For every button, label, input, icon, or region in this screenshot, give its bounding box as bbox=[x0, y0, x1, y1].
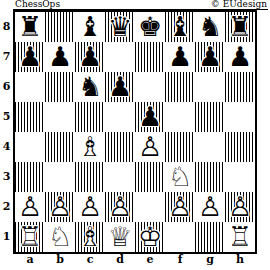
piece-halo: ♚ bbox=[135, 12, 165, 42]
square-a4[interactable] bbox=[15, 132, 45, 162]
square-g4[interactable] bbox=[195, 132, 225, 162]
square-g8[interactable]: ♞♞ bbox=[195, 12, 225, 42]
square-b6[interactable] bbox=[45, 72, 75, 102]
piece-black-pawn-f7: ♟ bbox=[165, 42, 195, 72]
square-f6[interactable] bbox=[165, 72, 195, 102]
piece-black-bishop-f8: ♝ bbox=[165, 12, 195, 42]
square-f4[interactable] bbox=[165, 132, 195, 162]
piece-halo: ♝ bbox=[165, 12, 195, 42]
square-h3[interactable] bbox=[225, 162, 255, 192]
piece-black-pawn-a7: ♟ bbox=[15, 42, 45, 72]
square-f3[interactable]: ♞♘ bbox=[165, 162, 195, 192]
square-h5[interactable] bbox=[225, 102, 255, 132]
square-c5[interactable] bbox=[75, 102, 105, 132]
piece-halo: ♜ bbox=[15, 12, 45, 42]
copyright-credit: © EUdesign bbox=[211, 0, 268, 9]
file-label-c: c bbox=[75, 253, 105, 268]
piece-white-bishop-c4: ♗ bbox=[75, 132, 105, 162]
square-h6[interactable] bbox=[225, 72, 255, 102]
piece-halo: ♟ bbox=[195, 192, 225, 222]
piece-halo: ♟ bbox=[75, 192, 105, 222]
piece-halo: ♟ bbox=[195, 42, 225, 72]
piece-black-pawn-e5: ♟ bbox=[135, 102, 165, 132]
square-b3[interactable] bbox=[45, 162, 75, 192]
square-g6[interactable] bbox=[195, 72, 225, 102]
square-g5[interactable] bbox=[195, 102, 225, 132]
piece-white-pawn-c2: ♙ bbox=[75, 192, 105, 222]
rank-label-5: 5 bbox=[0, 102, 13, 132]
chess-board: ♜♜♝♝♛♛♚♚♝♝♞♞♜♜♟♟♟♟♟♟♟♟♟♟♟♟♞♞♟♟♟♟♝♗♟♙♞♘♟♙… bbox=[13, 10, 257, 254]
square-d7[interactable] bbox=[105, 42, 135, 72]
piece-white-pawn-b2: ♙ bbox=[45, 192, 75, 222]
piece-halo: ♟ bbox=[105, 72, 135, 102]
square-h7[interactable]: ♟♟ bbox=[225, 42, 255, 72]
piece-white-pawn-a2: ♙ bbox=[15, 192, 45, 222]
square-c4[interactable]: ♝♗ bbox=[75, 132, 105, 162]
file-label-h: h bbox=[225, 253, 255, 268]
piece-white-pawn-f2: ♙ bbox=[165, 192, 195, 222]
file-label-g: g bbox=[195, 253, 225, 268]
square-h2[interactable]: ♟♙ bbox=[225, 192, 255, 222]
square-g2[interactable]: ♟♙ bbox=[195, 192, 225, 222]
square-d3[interactable] bbox=[105, 162, 135, 192]
square-f8[interactable]: ♝♝ bbox=[165, 12, 195, 42]
square-d1[interactable]: ♛♕ bbox=[105, 222, 135, 252]
square-c8[interactable]: ♝♝ bbox=[75, 12, 105, 42]
piece-halo: ♛ bbox=[105, 222, 135, 252]
piece-halo: ♞ bbox=[195, 12, 225, 42]
square-e1[interactable]: ♚♔ bbox=[135, 222, 165, 252]
square-a6[interactable] bbox=[15, 72, 45, 102]
square-f2[interactable]: ♟♙ bbox=[165, 192, 195, 222]
square-e7[interactable] bbox=[135, 42, 165, 72]
piece-black-rook-h8: ♜ bbox=[225, 12, 255, 42]
file-label-b: b bbox=[45, 253, 75, 268]
piece-black-pawn-g7: ♟ bbox=[195, 42, 225, 72]
square-c6[interactable]: ♞♞ bbox=[75, 72, 105, 102]
piece-white-bishop-c1: ♗ bbox=[75, 222, 105, 252]
square-c7[interactable]: ♟♟ bbox=[75, 42, 105, 72]
piece-halo: ♝ bbox=[75, 222, 105, 252]
square-c2[interactable]: ♟♙ bbox=[75, 192, 105, 222]
square-e4[interactable]: ♟♙ bbox=[135, 132, 165, 162]
piece-white-pawn-g2: ♙ bbox=[195, 192, 225, 222]
square-g1[interactable] bbox=[195, 222, 225, 252]
square-b8[interactable] bbox=[45, 12, 75, 42]
square-d6[interactable]: ♟♟ bbox=[105, 72, 135, 102]
piece-halo: ♟ bbox=[45, 192, 75, 222]
square-e2[interactable] bbox=[135, 192, 165, 222]
square-a1[interactable]: ♜♖ bbox=[15, 222, 45, 252]
piece-black-pawn-c7: ♟ bbox=[75, 42, 105, 72]
piece-black-king-e8: ♚ bbox=[135, 12, 165, 42]
piece-halo: ♝ bbox=[75, 132, 105, 162]
square-g7[interactable]: ♟♟ bbox=[195, 42, 225, 72]
piece-halo: ♞ bbox=[165, 162, 195, 192]
square-g3[interactable] bbox=[195, 162, 225, 192]
square-f7[interactable]: ♟♟ bbox=[165, 42, 195, 72]
file-labels: abcdefgh bbox=[15, 253, 255, 268]
app-title: ChessOps bbox=[13, 0, 60, 9]
square-c3[interactable] bbox=[75, 162, 105, 192]
piece-black-pawn-b7: ♟ bbox=[45, 42, 75, 72]
piece-white-pawn-e4: ♙ bbox=[135, 132, 165, 162]
square-b2[interactable]: ♟♙ bbox=[45, 192, 75, 222]
piece-halo: ♟ bbox=[225, 192, 255, 222]
square-f5[interactable] bbox=[165, 102, 195, 132]
piece-black-rook-a8: ♜ bbox=[15, 12, 45, 42]
square-d8[interactable]: ♛♛ bbox=[105, 12, 135, 42]
piece-white-rook-h1: ♖ bbox=[225, 222, 255, 252]
piece-white-pawn-h2: ♙ bbox=[225, 192, 255, 222]
square-d2[interactable]: ♟♙ bbox=[105, 192, 135, 222]
piece-white-king-e1: ♔ bbox=[135, 222, 165, 252]
piece-white-queen-d1: ♕ bbox=[105, 222, 135, 252]
square-e5[interactable]: ♟♟ bbox=[135, 102, 165, 132]
file-label-d: d bbox=[105, 253, 135, 268]
piece-white-knight-f3: ♘ bbox=[165, 162, 195, 192]
square-b7[interactable]: ♟♟ bbox=[45, 42, 75, 72]
square-e3[interactable] bbox=[135, 162, 165, 192]
piece-halo: ♝ bbox=[75, 12, 105, 42]
rank-label-1: 1 bbox=[0, 222, 13, 252]
piece-white-knight-b1: ♘ bbox=[45, 222, 75, 252]
rank-label-6: 6 bbox=[0, 72, 13, 102]
square-b1[interactable]: ♞♘ bbox=[45, 222, 75, 252]
square-a7[interactable]: ♟♟ bbox=[15, 42, 45, 72]
square-f1[interactable] bbox=[165, 222, 195, 252]
piece-white-pawn-d2: ♙ bbox=[105, 192, 135, 222]
piece-black-knight-c6: ♞ bbox=[75, 72, 105, 102]
square-h1[interactable]: ♜♖ bbox=[225, 222, 255, 252]
piece-halo: ♟ bbox=[225, 42, 255, 72]
piece-halo: ♟ bbox=[135, 132, 165, 162]
square-a8[interactable]: ♜♜ bbox=[15, 12, 45, 42]
square-a3[interactable] bbox=[15, 162, 45, 192]
piece-black-bishop-c8: ♝ bbox=[75, 12, 105, 42]
piece-black-pawn-h7: ♟ bbox=[225, 42, 255, 72]
piece-halo: ♟ bbox=[165, 42, 195, 72]
piece-white-rook-a1: ♖ bbox=[15, 222, 45, 252]
piece-halo: ♟ bbox=[135, 102, 165, 132]
piece-halo: ♜ bbox=[15, 222, 45, 252]
piece-halo: ♞ bbox=[75, 72, 105, 102]
square-e8[interactable]: ♚♚ bbox=[135, 12, 165, 42]
rank-label-8: 8 bbox=[0, 12, 13, 42]
square-d4[interactable] bbox=[105, 132, 135, 162]
square-e6[interactable] bbox=[135, 72, 165, 102]
page-header: ChessOps © EUdesign bbox=[13, 0, 268, 10]
file-label-a: a bbox=[15, 253, 45, 268]
piece-halo: ♛ bbox=[105, 12, 135, 42]
square-b5[interactable] bbox=[45, 102, 75, 132]
piece-black-pawn-d6: ♟ bbox=[105, 72, 135, 102]
square-c1[interactable]: ♝♗ bbox=[75, 222, 105, 252]
rank-label-2: 2 bbox=[0, 192, 13, 222]
piece-halo: ♚ bbox=[135, 222, 165, 252]
piece-halo: ♟ bbox=[165, 192, 195, 222]
rank-label-4: 4 bbox=[0, 132, 13, 162]
file-label-f: f bbox=[165, 253, 195, 268]
piece-halo: ♟ bbox=[45, 42, 75, 72]
square-h8[interactable]: ♜♜ bbox=[225, 12, 255, 42]
piece-black-queen-d8: ♛ bbox=[105, 12, 135, 42]
piece-halo: ♟ bbox=[15, 42, 45, 72]
file-label-e: e bbox=[135, 253, 165, 268]
rank-label-3: 3 bbox=[0, 162, 13, 192]
piece-halo: ♜ bbox=[225, 222, 255, 252]
piece-halo: ♞ bbox=[45, 222, 75, 252]
piece-halo: ♟ bbox=[105, 192, 135, 222]
piece-black-knight-g8: ♞ bbox=[195, 12, 225, 42]
square-a5[interactable] bbox=[15, 102, 45, 132]
piece-halo: ♟ bbox=[75, 42, 105, 72]
square-b4[interactable] bbox=[45, 132, 75, 162]
square-a2[interactable]: ♟♙ bbox=[15, 192, 45, 222]
square-d5[interactable] bbox=[105, 102, 135, 132]
piece-halo: ♜ bbox=[225, 12, 255, 42]
piece-halo: ♟ bbox=[15, 192, 45, 222]
rank-label-7: 7 bbox=[0, 42, 13, 72]
rank-labels: 87654321 bbox=[0, 12, 13, 252]
square-h4[interactable] bbox=[225, 132, 255, 162]
